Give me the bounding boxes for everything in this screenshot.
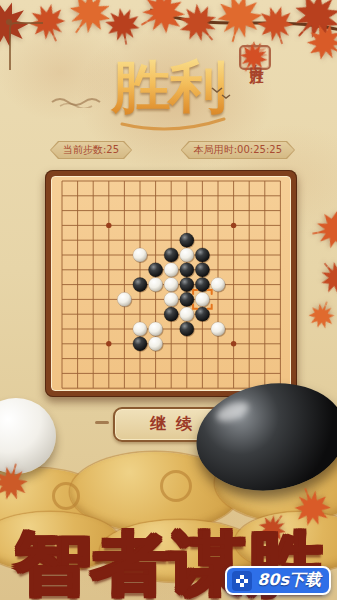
cloud-curl-icon (52, 482, 80, 510)
maple-leaf-icon (128, 0, 195, 46)
cloud-line-icon (50, 94, 110, 108)
board-grid (52, 177, 292, 392)
winner-tag: 白方胜 (239, 45, 271, 70)
decorative-white-stone (0, 398, 56, 474)
cloud-curl-icon (160, 470, 192, 502)
maple-leaf-icon (310, 251, 337, 303)
maple-leaf-icon (56, 0, 121, 47)
birds-icon (210, 82, 236, 102)
maple-leaf-icon (101, 3, 145, 49)
stats-row: 当前步数:25 本局用时:00:25:25 (50, 141, 295, 159)
watermark-badge[interactable]: 80s下载 (225, 566, 331, 595)
watermark-text: 80s下载 (257, 570, 321, 591)
time-badge: 本局用时:00:25:25 (181, 141, 295, 159)
board-surface (51, 176, 291, 391)
maple-leaf-icon (250, 0, 301, 51)
maple-leaf-icon (208, 0, 270, 50)
pixel-gamepad-icon (232, 571, 252, 591)
time-label: 本局用时:00:25:25 (182, 142, 294, 158)
victory-title: 胜利 (0, 50, 337, 126)
maple-leaf-icon (279, 0, 337, 54)
title-flourish (118, 116, 228, 134)
maple-leaf-icon (304, 296, 337, 334)
maple-leaf-icon (308, 205, 337, 254)
moves-label: 当前步数:25 (51, 142, 131, 158)
gomoku-board[interactable] (45, 170, 297, 397)
maple-leaf-icon (169, 0, 229, 54)
victory-screen: 胜利 白方胜 当前步数:25 本局用时:00:25:25 继续 (0, 0, 337, 600)
branch-icon (150, 0, 337, 45)
moves-badge: 当前步数:25 (50, 141, 132, 159)
